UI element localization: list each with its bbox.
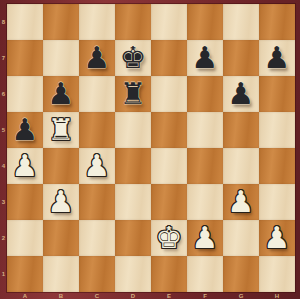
square-f4[interactable] xyxy=(187,148,223,184)
black-pawn[interactable]: ♟ xyxy=(228,76,255,112)
square-f1[interactable] xyxy=(187,256,223,292)
square-a2[interactable] xyxy=(7,220,43,256)
square-h3[interactable] xyxy=(259,184,295,220)
square-h5[interactable] xyxy=(259,112,295,148)
square-c1[interactable] xyxy=(79,256,115,292)
square-d3[interactable] xyxy=(115,184,151,220)
square-f6[interactable] xyxy=(187,76,223,112)
square-e5[interactable] xyxy=(151,112,187,148)
rank-label-8: 8 xyxy=(0,4,7,40)
black-pawn[interactable]: ♟ xyxy=(84,40,111,76)
square-e8[interactable] xyxy=(151,4,187,40)
square-c7[interactable]: ♟ xyxy=(79,40,115,76)
rank-label-7: 7 xyxy=(0,40,7,76)
file-label-f: F xyxy=(187,292,223,299)
black-pawn[interactable]: ♟ xyxy=(12,112,39,148)
file-label-c: C xyxy=(79,292,115,299)
square-a3[interactable] xyxy=(7,184,43,220)
square-g5[interactable] xyxy=(223,112,259,148)
rank-label-2: 2 xyxy=(0,220,7,256)
square-g8[interactable] xyxy=(223,4,259,40)
white-pawn[interactable]: ♟ xyxy=(264,220,291,256)
square-h7[interactable]: ♟ xyxy=(259,40,295,76)
square-d2[interactable] xyxy=(115,220,151,256)
file-label-g: G xyxy=(223,292,259,299)
square-h6[interactable] xyxy=(259,76,295,112)
square-f8[interactable] xyxy=(187,4,223,40)
square-e2[interactable]: ♚ xyxy=(151,220,187,256)
square-d4[interactable] xyxy=(115,148,151,184)
square-b5[interactable]: ♜ xyxy=(43,112,79,148)
square-b3[interactable]: ♟ xyxy=(43,184,79,220)
square-a6[interactable] xyxy=(7,76,43,112)
white-pawn[interactable]: ♟ xyxy=(228,184,255,220)
file-label-h: H xyxy=(259,292,295,299)
square-f7[interactable]: ♟ xyxy=(187,40,223,76)
black-pawn[interactable]: ♟ xyxy=(264,40,291,76)
file-labels: A B C D E F G H xyxy=(7,292,295,299)
square-c6[interactable] xyxy=(79,76,115,112)
square-f5[interactable] xyxy=(187,112,223,148)
square-c5[interactable] xyxy=(79,112,115,148)
square-g7[interactable] xyxy=(223,40,259,76)
chess-board-frame: 8 7 6 5 4 3 2 1 ♟♚♟♟♟♜♟♟♜♟♟♟♟♚♟♟ A B C D… xyxy=(0,0,300,299)
square-b1[interactable] xyxy=(43,256,79,292)
square-g4[interactable] xyxy=(223,148,259,184)
file-label-b: B xyxy=(43,292,79,299)
black-rook[interactable]: ♜ xyxy=(120,76,147,112)
square-b7[interactable] xyxy=(43,40,79,76)
square-g1[interactable] xyxy=(223,256,259,292)
file-label-e: E xyxy=(151,292,187,299)
rank-labels: 8 7 6 5 4 3 2 1 xyxy=(0,4,7,292)
square-b4[interactable] xyxy=(43,148,79,184)
rank-label-6: 6 xyxy=(0,76,7,112)
square-d5[interactable] xyxy=(115,112,151,148)
square-h4[interactable] xyxy=(259,148,295,184)
white-pawn[interactable]: ♟ xyxy=(12,148,39,184)
square-g3[interactable]: ♟ xyxy=(223,184,259,220)
square-c8[interactable] xyxy=(79,4,115,40)
square-c2[interactable] xyxy=(79,220,115,256)
square-d8[interactable] xyxy=(115,4,151,40)
square-h8[interactable] xyxy=(259,4,295,40)
square-g2[interactable] xyxy=(223,220,259,256)
square-d7[interactable]: ♚ xyxy=(115,40,151,76)
square-a7[interactable] xyxy=(7,40,43,76)
rank-label-3: 3 xyxy=(0,184,7,220)
square-f3[interactable] xyxy=(187,184,223,220)
rank-label-4: 4 xyxy=(0,148,7,184)
white-pawn[interactable]: ♟ xyxy=(192,220,219,256)
square-e1[interactable] xyxy=(151,256,187,292)
rank-label-1: 1 xyxy=(0,256,7,292)
square-b8[interactable] xyxy=(43,4,79,40)
square-e6[interactable] xyxy=(151,76,187,112)
square-c3[interactable] xyxy=(79,184,115,220)
white-pawn[interactable]: ♟ xyxy=(48,184,75,220)
black-pawn[interactable]: ♟ xyxy=(192,40,219,76)
file-label-a: A xyxy=(7,292,43,299)
square-f2[interactable]: ♟ xyxy=(187,220,223,256)
rank-label-5: 5 xyxy=(0,112,7,148)
square-b6[interactable]: ♟ xyxy=(43,76,79,112)
square-c4[interactable]: ♟ xyxy=(79,148,115,184)
square-a8[interactable] xyxy=(7,4,43,40)
white-pawn[interactable]: ♟ xyxy=(84,148,111,184)
square-b2[interactable] xyxy=(43,220,79,256)
square-h1[interactable] xyxy=(259,256,295,292)
black-pawn[interactable]: ♟ xyxy=(48,76,75,112)
square-e3[interactable] xyxy=(151,184,187,220)
black-king[interactable]: ♚ xyxy=(120,40,147,76)
square-a1[interactable] xyxy=(7,256,43,292)
square-e4[interactable] xyxy=(151,148,187,184)
square-g6[interactable]: ♟ xyxy=(223,76,259,112)
square-d1[interactable] xyxy=(115,256,151,292)
square-e7[interactable] xyxy=(151,40,187,76)
white-rook[interactable]: ♜ xyxy=(48,112,75,148)
file-label-d: D xyxy=(115,292,151,299)
chess-board: ♟♚♟♟♟♜♟♟♜♟♟♟♟♚♟♟ xyxy=(7,4,295,292)
white-king[interactable]: ♚ xyxy=(156,220,183,256)
square-a5[interactable]: ♟ xyxy=(7,112,43,148)
square-h2[interactable]: ♟ xyxy=(259,220,295,256)
square-a4[interactable]: ♟ xyxy=(7,148,43,184)
square-d6[interactable]: ♜ xyxy=(115,76,151,112)
